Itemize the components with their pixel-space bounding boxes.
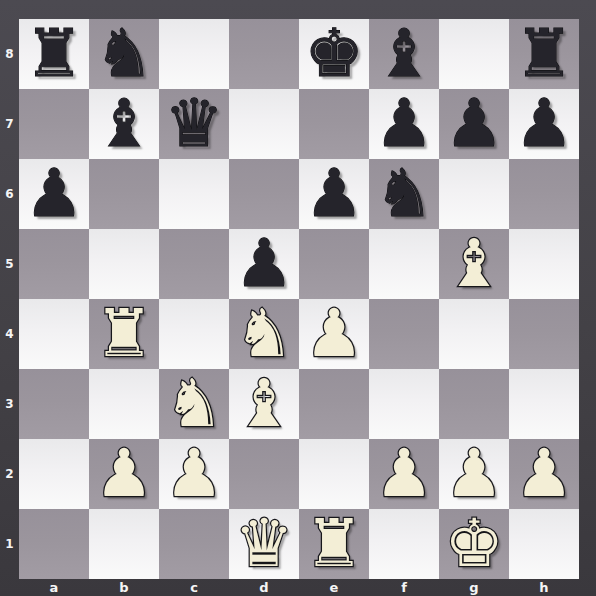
square-d7[interactable] [229, 89, 299, 159]
square-c3[interactable]: ♞ [159, 369, 229, 439]
square-f7[interactable]: ♟ [369, 89, 439, 159]
file-labels: abcdefgh [19, 579, 579, 596]
square-a2[interactable] [19, 439, 89, 509]
square-d6[interactable] [229, 159, 299, 229]
white-bishop: ♝ [444, 229, 503, 299]
square-b1[interactable] [89, 509, 159, 579]
square-h7[interactable]: ♟ [509, 89, 579, 159]
file-label-a: a [19, 579, 89, 596]
square-b3[interactable] [89, 369, 159, 439]
square-d3[interactable]: ♝ [229, 369, 299, 439]
rank-labels: 87654321 [0, 19, 19, 579]
square-c2[interactable]: ♟ [159, 439, 229, 509]
chess-diagram: ♜♞♚♝♜♝♛♟♟♟♟♟♞♟♝♜♞♟♞♝♟♟♟♟♟♛♜♚ 87654321 ab… [0, 0, 596, 596]
black-pawn: ♟ [304, 159, 363, 229]
black-pawn: ♟ [514, 89, 573, 159]
square-b6[interactable] [89, 159, 159, 229]
square-b7[interactable]: ♝ [89, 89, 159, 159]
square-f1[interactable] [369, 509, 439, 579]
black-knight: ♞ [374, 159, 433, 229]
square-h4[interactable] [509, 299, 579, 369]
rank-label-5: 5 [0, 229, 19, 299]
file-label-g: g [439, 579, 509, 596]
black-king: ♚ [304, 19, 363, 89]
white-rook: ♜ [94, 299, 153, 369]
square-h2[interactable]: ♟ [509, 439, 579, 509]
square-e7[interactable] [299, 89, 369, 159]
file-label-b: b [89, 579, 159, 596]
square-b4[interactable]: ♜ [89, 299, 159, 369]
square-d1[interactable]: ♛ [229, 509, 299, 579]
rank-label-3: 3 [0, 369, 19, 439]
square-e3[interactable] [299, 369, 369, 439]
white-pawn: ♟ [304, 299, 363, 369]
file-label-d: d [229, 579, 299, 596]
square-c1[interactable] [159, 509, 229, 579]
square-h8[interactable]: ♜ [509, 19, 579, 89]
black-pawn: ♟ [234, 229, 293, 299]
black-pawn: ♟ [24, 159, 83, 229]
square-c4[interactable] [159, 299, 229, 369]
square-e6[interactable]: ♟ [299, 159, 369, 229]
square-e2[interactable] [299, 439, 369, 509]
square-f6[interactable]: ♞ [369, 159, 439, 229]
white-knight: ♞ [234, 299, 293, 369]
square-a4[interactable] [19, 299, 89, 369]
square-c6[interactable] [159, 159, 229, 229]
white-bishop: ♝ [234, 369, 293, 439]
black-queen: ♛ [164, 89, 223, 159]
square-h6[interactable] [509, 159, 579, 229]
square-b5[interactable] [89, 229, 159, 299]
black-knight: ♞ [94, 19, 153, 89]
square-b8[interactable]: ♞ [89, 19, 159, 89]
black-rook: ♜ [514, 19, 573, 89]
square-d8[interactable] [229, 19, 299, 89]
square-f8[interactable]: ♝ [369, 19, 439, 89]
square-c5[interactable] [159, 229, 229, 299]
square-c8[interactable] [159, 19, 229, 89]
rank-label-6: 6 [0, 159, 19, 229]
black-rook: ♜ [24, 19, 83, 89]
white-pawn: ♟ [374, 439, 433, 509]
white-pawn: ♟ [444, 439, 503, 509]
square-e4[interactable]: ♟ [299, 299, 369, 369]
square-b2[interactable]: ♟ [89, 439, 159, 509]
black-pawn: ♟ [374, 89, 433, 159]
square-g8[interactable] [439, 19, 509, 89]
square-g7[interactable]: ♟ [439, 89, 509, 159]
white-king: ♚ [444, 509, 503, 579]
white-queen: ♛ [234, 509, 293, 579]
white-pawn: ♟ [94, 439, 153, 509]
black-bishop: ♝ [374, 19, 433, 89]
square-g4[interactable] [439, 299, 509, 369]
square-f3[interactable] [369, 369, 439, 439]
rank-label-7: 7 [0, 89, 19, 159]
square-d5[interactable]: ♟ [229, 229, 299, 299]
rank-label-2: 2 [0, 439, 19, 509]
square-e8[interactable]: ♚ [299, 19, 369, 89]
square-e1[interactable]: ♜ [299, 509, 369, 579]
chess-board: ♜♞♚♝♜♝♛♟♟♟♟♟♞♟♝♜♞♟♞♝♟♟♟♟♟♛♜♚ [19, 19, 579, 579]
file-label-c: c [159, 579, 229, 596]
square-h1[interactable] [509, 509, 579, 579]
white-pawn: ♟ [164, 439, 223, 509]
square-a3[interactable] [19, 369, 89, 439]
square-g2[interactable]: ♟ [439, 439, 509, 509]
square-c7[interactable]: ♛ [159, 89, 229, 159]
rank-label-4: 4 [0, 299, 19, 369]
white-pawn: ♟ [514, 439, 573, 509]
square-a5[interactable] [19, 229, 89, 299]
square-g6[interactable] [439, 159, 509, 229]
square-g3[interactable] [439, 369, 509, 439]
black-pawn: ♟ [444, 89, 503, 159]
file-label-h: h [509, 579, 579, 596]
square-a6[interactable]: ♟ [19, 159, 89, 229]
square-a1[interactable] [19, 509, 89, 579]
file-label-e: e [299, 579, 369, 596]
square-g1[interactable]: ♚ [439, 509, 509, 579]
square-g5[interactable]: ♝ [439, 229, 509, 299]
square-h5[interactable] [509, 229, 579, 299]
white-knight: ♞ [164, 369, 223, 439]
square-f4[interactable] [369, 299, 439, 369]
square-f2[interactable]: ♟ [369, 439, 439, 509]
square-h3[interactable] [509, 369, 579, 439]
white-rook: ♜ [304, 509, 363, 579]
square-a8[interactable]: ♜ [19, 19, 89, 89]
file-label-f: f [369, 579, 439, 596]
rank-label-1: 1 [0, 509, 19, 579]
square-e5[interactable] [299, 229, 369, 299]
square-d4[interactable]: ♞ [229, 299, 299, 369]
black-bishop: ♝ [94, 89, 153, 159]
square-d2[interactable] [229, 439, 299, 509]
rank-label-8: 8 [0, 19, 19, 89]
square-a7[interactable] [19, 89, 89, 159]
square-f5[interactable] [369, 229, 439, 299]
